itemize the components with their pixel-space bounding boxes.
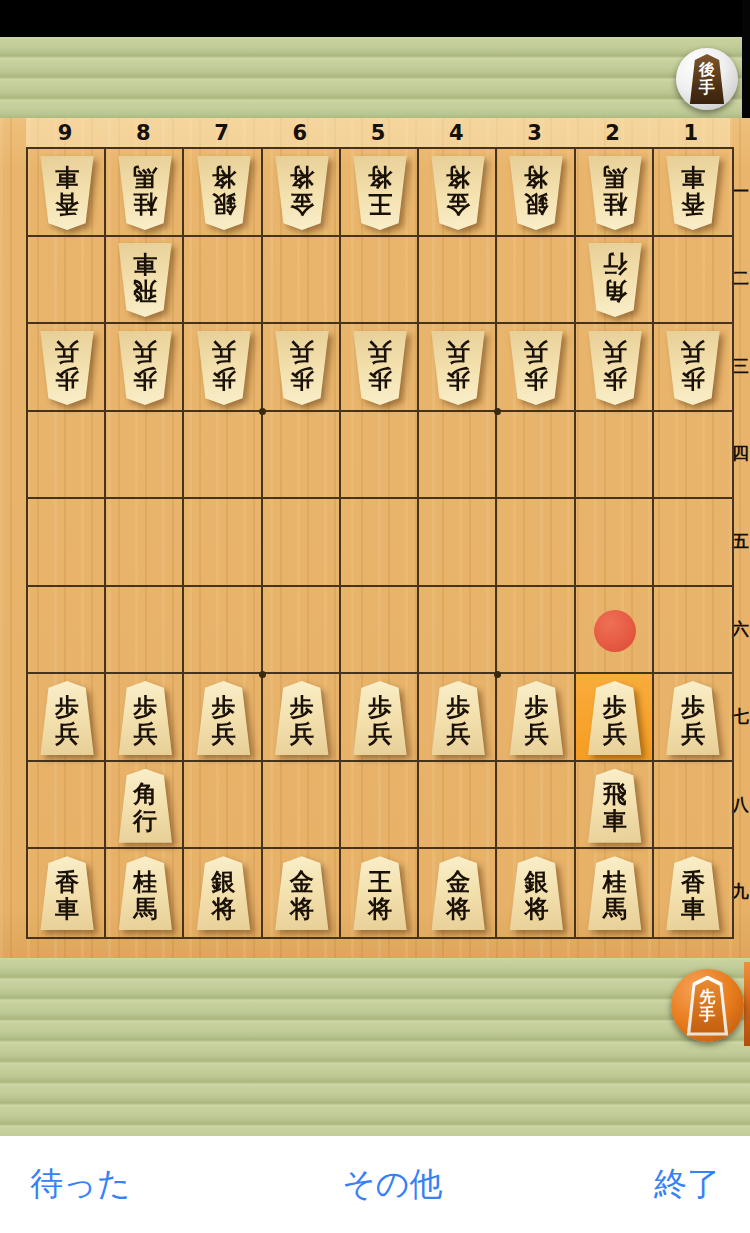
- rank-label-5: 五: [732, 530, 749, 553]
- sente-player-badge: 先手: [671, 969, 744, 1042]
- shogi-piece-7-1[interactable]: 銀将: [193, 156, 255, 230]
- shogi-piece-3-1[interactable]: 銀将: [505, 156, 567, 230]
- shogi-piece-2-8[interactable]: 飛車: [584, 769, 646, 843]
- board-square-7-5[interactable]: [184, 499, 262, 587]
- board-square-7-2[interactable]: [184, 237, 262, 325]
- shogi-piece-6-7[interactable]: 歩兵: [271, 681, 333, 755]
- gote-piece-icon: 後手: [688, 54, 726, 104]
- board-square-1-2[interactable]: [654, 237, 732, 325]
- right-edge-orange-strip: [744, 962, 750, 1046]
- board-square-3-8[interactable]: [497, 762, 575, 850]
- shogi-piece-3-3[interactable]: 歩兵: [505, 331, 567, 405]
- shogi-piece-8-7[interactable]: 歩兵: [114, 681, 176, 755]
- rank-label-3: 三: [732, 354, 749, 377]
- shogi-piece-2-9[interactable]: 桂馬: [584, 856, 646, 930]
- board-square-2-4[interactable]: [576, 412, 654, 500]
- shogi-piece-8-9[interactable]: 桂馬: [114, 856, 176, 930]
- board-square-5-2[interactable]: [341, 237, 419, 325]
- shogi-piece-2-2[interactable]: 角行: [584, 243, 646, 317]
- undo-button[interactable]: 待った: [30, 1162, 131, 1207]
- gote-player-badge: 後手: [676, 48, 738, 110]
- shogi-piece-5-7[interactable]: 歩兵: [349, 681, 411, 755]
- shogi-piece-4-7[interactable]: 歩兵: [427, 681, 489, 755]
- right-edge-black-strip: [742, 0, 750, 122]
- shogi-piece-1-9[interactable]: 香車: [662, 856, 724, 930]
- other-button[interactable]: その他: [342, 1162, 443, 1207]
- shogi-piece-6-3[interactable]: 歩兵: [271, 331, 333, 405]
- board-square-5-4[interactable]: [341, 412, 419, 500]
- board-square-7-4[interactable]: [184, 412, 262, 500]
- quit-button[interactable]: 終了: [654, 1162, 720, 1207]
- board-square-3-6[interactable]: [497, 587, 575, 675]
- board-square-8-4[interactable]: [106, 412, 184, 500]
- file-labels: 987654321: [26, 118, 730, 147]
- shogi-piece-8-1[interactable]: 桂馬: [114, 156, 176, 230]
- shogi-piece-4-3[interactable]: 歩兵: [427, 331, 489, 405]
- shogi-piece-1-1[interactable]: 香車: [662, 156, 724, 230]
- shogi-piece-7-3[interactable]: 歩兵: [193, 331, 255, 405]
- shogi-piece-5-9[interactable]: 王将: [349, 856, 411, 930]
- shogi-piece-8-3[interactable]: 歩兵: [114, 331, 176, 405]
- board-square-3-2[interactable]: [497, 237, 575, 325]
- board-square-9-2[interactable]: [28, 237, 106, 325]
- sente-piece-icon: 先手: [685, 976, 731, 1036]
- board-square-4-5[interactable]: [419, 499, 497, 587]
- board-square-8-6[interactable]: [106, 587, 184, 675]
- file-label-3: 3: [495, 118, 573, 148]
- board-square-8-5[interactable]: [106, 499, 184, 587]
- shogi-piece-7-9[interactable]: 銀将: [193, 856, 255, 930]
- board-square-6-2[interactable]: [263, 237, 341, 325]
- shogi-piece-6-1[interactable]: 金将: [271, 156, 333, 230]
- file-label-8: 8: [104, 118, 182, 148]
- shogi-piece-8-2[interactable]: 飛車: [114, 243, 176, 317]
- shogi-piece-9-1[interactable]: 香車: [36, 156, 98, 230]
- board-square-6-6[interactable]: [263, 587, 341, 675]
- board-square-1-6[interactable]: [654, 587, 732, 675]
- shogi-piece-1-7[interactable]: 歩兵: [662, 681, 724, 755]
- board-square-4-2[interactable]: [419, 237, 497, 325]
- shogi-piece-2-7[interactable]: 歩兵: [584, 681, 646, 755]
- shogi-piece-9-3[interactable]: 歩兵: [36, 331, 98, 405]
- shogi-piece-5-3[interactable]: 歩兵: [349, 331, 411, 405]
- shogi-piece-3-7[interactable]: 歩兵: [505, 681, 567, 755]
- shogi-piece-4-1[interactable]: 金将: [427, 156, 489, 230]
- file-label-5: 5: [339, 118, 417, 148]
- shogi-piece-8-8[interactable]: 角行: [114, 769, 176, 843]
- rank-label-7: 七: [732, 705, 749, 728]
- star-dot: [494, 671, 501, 678]
- tatami-background-bottom: [0, 958, 750, 1136]
- shogi-piece-9-7[interactable]: 歩兵: [36, 681, 98, 755]
- board-square-4-8[interactable]: [419, 762, 497, 850]
- rank-label-1: 一: [732, 179, 749, 202]
- board-square-5-8[interactable]: [341, 762, 419, 850]
- file-label-2: 2: [574, 118, 652, 148]
- rank-label-4: 四: [732, 442, 749, 465]
- gote-badge-label: 後手: [699, 61, 715, 97]
- board-square-5-5[interactable]: [341, 499, 419, 587]
- file-label-4: 4: [417, 118, 495, 148]
- shogi-piece-5-1[interactable]: 王将: [349, 156, 411, 230]
- board-square-3-5[interactable]: [497, 499, 575, 587]
- board-square-3-4[interactable]: [497, 412, 575, 500]
- board-square-1-8[interactable]: [654, 762, 732, 850]
- board-square-7-6[interactable]: [184, 587, 262, 675]
- board-square-9-5[interactable]: [28, 499, 106, 587]
- shogi-board: 987654321 一二三四五六七八九 香車桂馬銀将金将王将金将銀将桂馬香車飛車…: [0, 118, 750, 958]
- shogi-piece-2-3[interactable]: 歩兵: [584, 331, 646, 405]
- shogi-piece-9-9[interactable]: 香車: [36, 856, 98, 930]
- board-grid[interactable]: 香車桂馬銀将金将王将金将銀将桂馬香車飛車角行歩兵歩兵歩兵歩兵歩兵歩兵歩兵歩兵歩兵…: [26, 147, 734, 939]
- file-label-1: 1: [652, 118, 730, 148]
- board-square-9-4[interactable]: [28, 412, 106, 500]
- file-label-7: 7: [182, 118, 260, 148]
- shogi-piece-4-9[interactable]: 金将: [427, 856, 489, 930]
- shogi-piece-3-9[interactable]: 銀将: [505, 856, 567, 930]
- board-square-7-8[interactable]: [184, 762, 262, 850]
- board-square-1-5[interactable]: [654, 499, 732, 587]
- shogi-piece-7-7[interactable]: 歩兵: [193, 681, 255, 755]
- app-screen: 後手 987654321 一二三四五六七八九 香車桂馬銀将金将王将金将銀将桂馬香…: [0, 0, 750, 1233]
- tatami-background-top: [0, 37, 750, 118]
- rank-label-2: 二: [732, 267, 749, 290]
- rank-label-8: 八: [732, 792, 749, 815]
- board-square-9-6[interactable]: [28, 587, 106, 675]
- board-square-1-4[interactable]: [654, 412, 732, 500]
- shogi-piece-2-1[interactable]: 桂馬: [584, 156, 646, 230]
- sente-badge-label: 先手: [700, 988, 716, 1024]
- rank-label-6: 六: [732, 617, 749, 640]
- board-square-6-5[interactable]: [263, 499, 341, 587]
- status-bar: [0, 0, 750, 37]
- board-square-2-5[interactable]: [576, 499, 654, 587]
- shogi-piece-6-9[interactable]: 金将: [271, 856, 333, 930]
- rank-label-9: 九: [732, 880, 749, 903]
- board-square-4-6[interactable]: [419, 587, 497, 675]
- move-hint-dot[interactable]: [594, 610, 636, 652]
- star-dot: [494, 408, 501, 415]
- file-label-9: 9: [26, 118, 104, 148]
- board-square-6-4[interactable]: [263, 412, 341, 500]
- board-square-5-6[interactable]: [341, 587, 419, 675]
- board-square-6-8[interactable]: [263, 762, 341, 850]
- file-label-6: 6: [261, 118, 339, 148]
- board-square-4-4[interactable]: [419, 412, 497, 500]
- shogi-piece-1-3[interactable]: 歩兵: [662, 331, 724, 405]
- board-square-9-8[interactable]: [28, 762, 106, 850]
- star-dot: [259, 671, 266, 678]
- bottom-toolbar: 待った その他 終了: [0, 1136, 750, 1233]
